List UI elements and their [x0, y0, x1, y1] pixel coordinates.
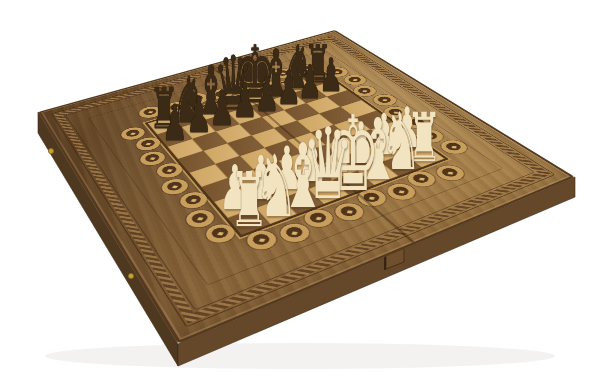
piece-black-p-c7[interactable]: ♟ [209, 84, 235, 133]
piece-white-r-a1[interactable]: ♜ [229, 162, 269, 238]
pieces-layer: ♜♞♟♝♟♚♟♛♟♝♟♞♟♜♟♟♟♟♜♟♞♟♝♟♚♟♛♟♝♟♞♜ [0, 0, 600, 380]
piece-black-p-f7[interactable]: ♟ [276, 65, 301, 112]
piece-black-p-e7[interactable]: ♟ [254, 71, 279, 119]
product-photo-scene: ◆◆◆◆◆◆◆◆◆◆◆◆◆◆◆◆◆◆◆◆◆◆◆◆◆◆◆◆◆◆◆◆ ♜♞♟♝♟♚♟… [0, 0, 600, 380]
piece-black-p-a7[interactable]: ♟ [161, 98, 187, 148]
piece-black-p-d7[interactable]: ♟ [232, 77, 257, 125]
piece-black-p-b7[interactable]: ♟ [186, 91, 212, 141]
